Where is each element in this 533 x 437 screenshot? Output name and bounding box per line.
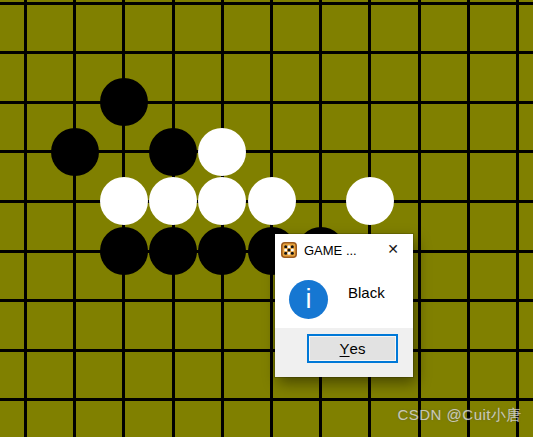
message-dialog: GAME ... ✕ i Black Yes — [275, 234, 413, 377]
watermark-text: CSDN @Cuit小唐 — [397, 406, 522, 425]
info-icon: i — [289, 280, 328, 319]
grid-line-horizontal — [0, 349, 533, 352]
grid-line-vertical — [73, 0, 76, 437]
stone-white — [248, 177, 296, 225]
stone-white — [149, 177, 197, 225]
dialog-title: GAME ... — [304, 243, 357, 258]
grid-line-horizontal — [0, 398, 533, 401]
close-icon[interactable]: ✕ — [373, 234, 413, 263]
grid-line-vertical — [418, 0, 421, 437]
dialog-button-bar: Yes — [275, 328, 413, 377]
grid-line-horizontal — [0, 2, 533, 5]
stone-white — [198, 128, 246, 176]
gomoku-board[interactable] — [0, 0, 533, 437]
stone-black — [51, 128, 99, 176]
grid-line-vertical — [24, 0, 27, 437]
stone-white — [100, 177, 148, 225]
stone-white — [198, 177, 246, 225]
stone-black — [149, 128, 197, 176]
stone-black — [198, 227, 246, 275]
grid-line-vertical — [467, 0, 470, 437]
grid-line-horizontal — [0, 51, 533, 54]
stone-black — [100, 227, 148, 275]
stone-black — [149, 227, 197, 275]
yes-button[interactable]: Yes — [307, 334, 398, 363]
grid-line-horizontal — [0, 101, 533, 104]
stone-black — [100, 78, 148, 126]
game-board-icon — [281, 242, 297, 258]
grid-line-horizontal — [0, 299, 533, 302]
dialog-titlebar[interactable]: GAME ... ✕ — [275, 234, 413, 263]
grid-line-vertical — [516, 0, 519, 437]
stone-white — [346, 177, 394, 225]
dialog-message: Black — [348, 284, 385, 301]
game-window: CSDN @Cuit小唐 GAME ... ✕ i Black Yes — [0, 0, 533, 437]
dialog-content: i Black — [275, 263, 413, 328]
